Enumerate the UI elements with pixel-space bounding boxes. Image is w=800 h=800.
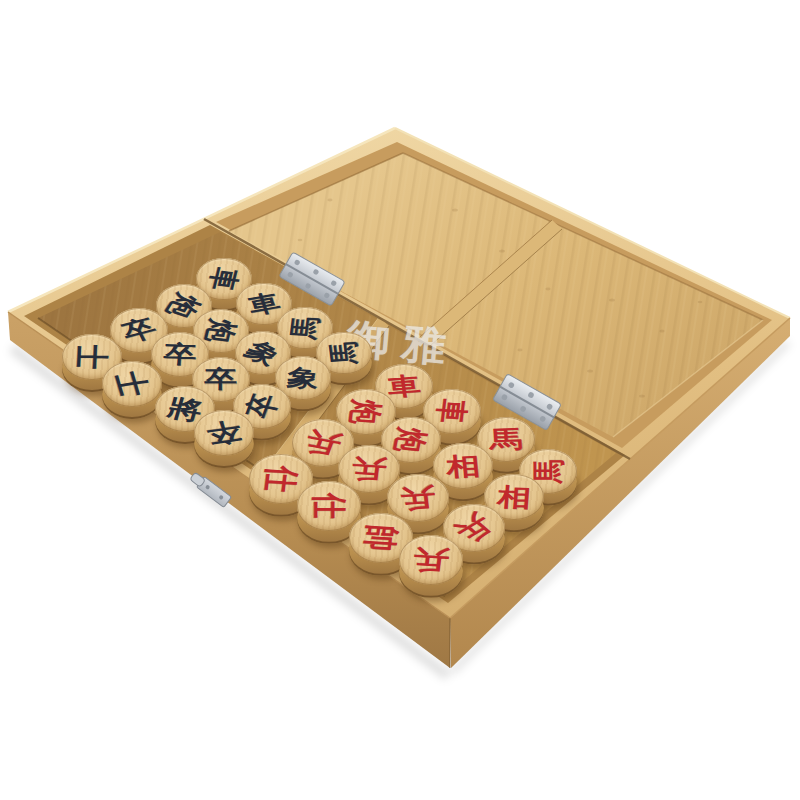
piece-glyph: 相 — [496, 484, 532, 510]
piece-glyph: 車 — [386, 373, 422, 399]
piece-glyph: 馬 — [288, 316, 322, 340]
piece-glyph: 象 — [285, 365, 320, 390]
piece-glyph: 士 — [112, 369, 152, 398]
piece-red-兵: 兵 — [399, 535, 463, 585]
piece-glyph: 兵 — [411, 546, 450, 574]
piece-glyph: 仕 — [311, 493, 347, 519]
piece-glyph: 馬 — [489, 427, 524, 452]
piece-glyph: 馬 — [327, 341, 361, 365]
piece-glyph: 炮 — [392, 426, 430, 454]
piece-glyph: 馬 — [532, 459, 565, 483]
piece-glyph: 卒 — [163, 342, 198, 367]
piece-glyph: 仕 — [261, 465, 300, 493]
piece-glyph: 兵 — [399, 484, 437, 511]
piece-glyph: 車 — [434, 398, 470, 424]
piece-glyph: 車 — [206, 266, 242, 292]
piece-glyph: 炮 — [202, 318, 239, 345]
piece-black-卒: 卒 — [194, 410, 253, 456]
piece-glyph: 炮 — [348, 399, 385, 426]
xiangqi-box-photo: 御雅 車車馬馬炮炮象象卒卒卒卒士士將卒車車馬馬炮炮相相兵兵兵兵仕仕帥兵 — [0, 0, 800, 800]
piece-glyph: 帥 — [361, 524, 400, 552]
piece-glyph: 兵 — [350, 455, 388, 482]
piece-glyph: 卒 — [204, 418, 244, 447]
piece-glyph: 將 — [165, 394, 205, 423]
piece-glyph: 士 — [74, 344, 109, 369]
piece-glyph: 相 — [445, 453, 481, 479]
piece-glyph: 卒 — [205, 367, 238, 391]
pieces-layer: 車車馬馬炮炮象象卒卒卒卒士士將卒車車馬馬炮炮相相兵兵兵兵仕仕帥兵 — [0, 0, 800, 800]
